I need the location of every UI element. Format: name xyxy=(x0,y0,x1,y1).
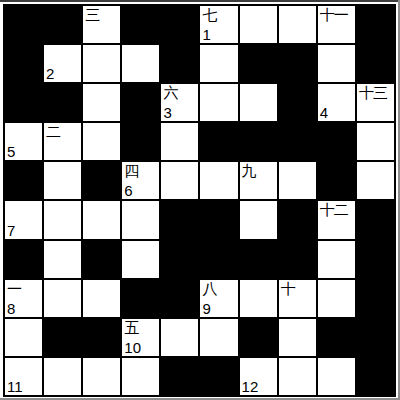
cell-5-9 xyxy=(357,201,394,238)
cell-5-7 xyxy=(279,201,316,238)
across-clue-number: 9 xyxy=(202,301,210,317)
across-clue-number: 7 xyxy=(7,223,15,239)
cell-9-4 xyxy=(161,358,198,395)
down-clue-number: 十二 xyxy=(320,202,348,218)
cell-8-8 xyxy=(318,319,355,356)
cell-1-4 xyxy=(161,45,198,82)
cell-2-2[interactable] xyxy=(83,84,120,121)
cell-4-9[interactable] xyxy=(357,162,394,199)
cell-4-3[interactable]: 四6 xyxy=(122,162,159,199)
cell-5-8[interactable]: 十二 xyxy=(318,201,355,238)
cell-7-4 xyxy=(161,280,198,317)
cell-8-5[interactable] xyxy=(200,319,237,356)
cell-9-9 xyxy=(357,358,394,395)
cell-8-2 xyxy=(83,319,120,356)
cell-4-4[interactable] xyxy=(161,162,198,199)
crossword-board: 三七1十一2六34十三5二四6九7十二一8八9十五101112 xyxy=(3,4,396,397)
cell-3-4[interactable] xyxy=(161,123,198,160)
cell-3-5 xyxy=(200,123,237,160)
cell-6-4 xyxy=(161,241,198,278)
down-clue-number: 十一 xyxy=(320,7,348,23)
across-clue-number: 1 xyxy=(202,27,210,43)
cell-0-1 xyxy=(44,6,81,43)
across-clue-number: 6 xyxy=(124,183,132,199)
cell-8-3[interactable]: 五10 xyxy=(122,319,159,356)
cell-1-7 xyxy=(279,45,316,82)
across-clue-number: 11 xyxy=(7,379,23,395)
down-clue-number: 二 xyxy=(46,124,60,140)
cell-3-2[interactable] xyxy=(83,123,120,160)
cell-6-6 xyxy=(240,241,277,278)
cell-5-2[interactable] xyxy=(83,201,120,238)
cell-3-0[interactable]: 5 xyxy=(5,123,42,160)
cell-7-1[interactable] xyxy=(44,280,81,317)
cell-5-4 xyxy=(161,201,198,238)
down-clue-number: 五 xyxy=(124,320,138,336)
top-edge-rule xyxy=(0,0,400,2)
cell-4-1[interactable] xyxy=(44,162,81,199)
cell-7-9 xyxy=(357,280,394,317)
cell-1-0 xyxy=(5,45,42,82)
cell-3-9[interactable] xyxy=(357,123,394,160)
cell-0-9 xyxy=(357,6,394,43)
cell-0-8[interactable]: 十一 xyxy=(318,6,355,43)
cell-5-5 xyxy=(200,201,237,238)
down-clue-number: 八 xyxy=(202,281,216,297)
cell-1-3[interactable] xyxy=(122,45,159,82)
cell-3-7 xyxy=(279,123,316,160)
cell-5-0[interactable]: 7 xyxy=(5,201,42,238)
cell-7-5[interactable]: 八9 xyxy=(200,280,237,317)
cell-6-2 xyxy=(83,241,120,278)
across-clue-number: 5 xyxy=(7,144,15,160)
cell-2-6[interactable] xyxy=(240,84,277,121)
cell-0-0 xyxy=(5,6,42,43)
cell-3-3 xyxy=(122,123,159,160)
cell-9-7[interactable] xyxy=(279,358,316,395)
across-clue-number: 12 xyxy=(242,379,259,395)
cell-2-4[interactable]: 六3 xyxy=(161,84,198,121)
cell-3-6 xyxy=(240,123,277,160)
cell-4-2 xyxy=(83,162,120,199)
cell-7-3 xyxy=(122,280,159,317)
cell-8-1 xyxy=(44,319,81,356)
cell-6-0 xyxy=(5,241,42,278)
cell-9-5 xyxy=(200,358,237,395)
cell-3-1[interactable]: 二 xyxy=(44,123,81,160)
cell-2-7 xyxy=(279,84,316,121)
cell-9-2[interactable] xyxy=(83,358,120,395)
cell-0-5[interactable]: 七1 xyxy=(200,6,237,43)
cell-2-0 xyxy=(5,84,42,121)
cell-0-4 xyxy=(161,6,198,43)
cell-1-9 xyxy=(357,45,394,82)
down-clue-number: 十 xyxy=(281,281,295,297)
cell-5-3[interactable] xyxy=(122,201,159,238)
cell-8-6 xyxy=(240,319,277,356)
cell-6-5 xyxy=(200,241,237,278)
down-clue-number: 六 xyxy=(163,85,177,101)
cell-0-3 xyxy=(122,6,159,43)
cell-6-7 xyxy=(279,241,316,278)
cell-8-7[interactable] xyxy=(279,319,316,356)
down-clue-number: 七 xyxy=(202,7,216,23)
cell-6-3[interactable] xyxy=(122,241,159,278)
down-clue-number: 一 xyxy=(7,281,21,297)
crossword-page: 三七1十一2六34十三5二四6九7十二一8八9十五101112 xyxy=(0,0,400,400)
cell-4-5[interactable] xyxy=(200,162,237,199)
cell-5-6[interactable] xyxy=(240,201,277,238)
cell-2-9[interactable]: 十三 xyxy=(357,84,394,121)
cell-2-8[interactable]: 4 xyxy=(318,84,355,121)
cell-2-5[interactable] xyxy=(200,84,237,121)
cell-4-7[interactable] xyxy=(279,162,316,199)
cell-1-1[interactable]: 2 xyxy=(44,45,81,82)
cell-1-2[interactable] xyxy=(83,45,120,82)
cell-0-2[interactable]: 三 xyxy=(83,6,120,43)
cell-6-9 xyxy=(357,241,394,278)
cell-1-8[interactable] xyxy=(318,45,355,82)
cell-9-1[interactable] xyxy=(44,358,81,395)
down-clue-number: 九 xyxy=(242,163,256,179)
cell-0-6[interactable] xyxy=(240,6,277,43)
cell-9-3[interactable] xyxy=(122,358,159,395)
cell-1-6 xyxy=(240,45,277,82)
cell-0-7[interactable] xyxy=(279,6,316,43)
cell-7-7[interactable]: 十 xyxy=(279,280,316,317)
down-clue-number: 十三 xyxy=(359,85,387,101)
cell-7-2[interactable] xyxy=(83,280,120,317)
cell-9-6[interactable]: 12 xyxy=(240,358,277,395)
cell-4-8 xyxy=(318,162,355,199)
cell-9-8[interactable] xyxy=(318,358,355,395)
across-clue-number: 4 xyxy=(320,105,328,121)
down-clue-number: 四 xyxy=(124,163,138,179)
cell-8-0[interactable] xyxy=(5,319,42,356)
down-clue-number: 三 xyxy=(85,7,99,23)
cell-2-3 xyxy=(122,84,159,121)
cell-3-8 xyxy=(318,123,355,160)
across-clue-number: 10 xyxy=(124,340,141,356)
cell-6-1[interactable] xyxy=(44,241,81,278)
cell-7-8[interactable] xyxy=(318,280,355,317)
cell-1-5[interactable] xyxy=(200,45,237,82)
cell-8-4[interactable] xyxy=(161,319,198,356)
cell-8-9 xyxy=(357,319,394,356)
cell-7-0[interactable]: 一8 xyxy=(5,280,42,317)
cell-7-6[interactable] xyxy=(240,280,277,317)
cell-6-8[interactable] xyxy=(318,241,355,278)
across-clue-number: 8 xyxy=(7,301,15,317)
across-clue-number: 3 xyxy=(163,105,171,121)
cell-4-6[interactable]: 九 xyxy=(240,162,277,199)
cell-2-1 xyxy=(44,84,81,121)
cell-4-0 xyxy=(5,162,42,199)
cell-5-1[interactable] xyxy=(44,201,81,238)
cell-9-0[interactable]: 11 xyxy=(5,358,42,395)
across-clue-number: 2 xyxy=(46,66,54,82)
